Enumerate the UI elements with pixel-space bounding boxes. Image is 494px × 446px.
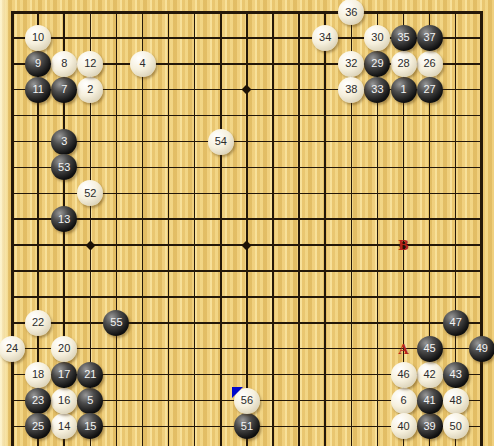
stone-white-18[interactable]: 18 bbox=[25, 362, 51, 388]
stone-black-29[interactable]: 29 bbox=[364, 51, 390, 77]
grid-line-horizontal bbox=[11, 115, 484, 117]
stone-number: 26 bbox=[423, 58, 435, 69]
stone-number: 55 bbox=[110, 317, 122, 328]
grid-line-horizontal bbox=[11, 218, 484, 220]
stone-number: 39 bbox=[423, 421, 435, 432]
stone-black-7[interactable]: 7 bbox=[51, 77, 77, 103]
grid-line-horizontal bbox=[11, 348, 484, 350]
star-point bbox=[85, 240, 95, 250]
stone-number: 37 bbox=[423, 32, 435, 43]
stone-black-53[interactable]: 53 bbox=[51, 154, 77, 180]
stone-number: 6 bbox=[400, 395, 406, 406]
stone-white-42[interactable]: 42 bbox=[417, 362, 443, 388]
stone-black-39[interactable]: 39 bbox=[417, 413, 443, 439]
stone-black-45[interactable]: 45 bbox=[417, 336, 443, 362]
stone-black-15[interactable]: 15 bbox=[77, 413, 103, 439]
stone-black-1[interactable]: 1 bbox=[391, 77, 417, 103]
stone-number: 10 bbox=[32, 32, 44, 43]
go-board[interactable]: AB12345678910111213141516171820212223242… bbox=[0, 0, 494, 446]
stone-number: 47 bbox=[450, 317, 462, 328]
grid-line-horizontal bbox=[11, 167, 484, 169]
stone-black-47[interactable]: 47 bbox=[443, 310, 469, 336]
stone-black-17[interactable]: 17 bbox=[51, 362, 77, 388]
stone-black-11[interactable]: 11 bbox=[25, 77, 51, 103]
stone-white-48[interactable]: 48 bbox=[443, 388, 469, 414]
stone-number: 36 bbox=[345, 7, 357, 18]
stone-number: 46 bbox=[397, 369, 409, 380]
grid-line-vertical bbox=[480, 11, 483, 446]
stone-black-13[interactable]: 13 bbox=[51, 206, 77, 232]
stone-white-30[interactable]: 30 bbox=[364, 25, 390, 51]
stone-black-41[interactable]: 41 bbox=[417, 388, 443, 414]
grid-line-vertical bbox=[116, 11, 118, 446]
stone-number: 16 bbox=[58, 395, 70, 406]
star-point bbox=[242, 85, 252, 95]
stone-number: 15 bbox=[84, 421, 96, 432]
grid-line-vertical bbox=[246, 11, 248, 446]
star-point bbox=[242, 240, 252, 250]
stone-number: 45 bbox=[423, 343, 435, 354]
stone-white-24[interactable]: 24 bbox=[0, 336, 25, 362]
stone-number: 27 bbox=[423, 84, 435, 95]
stone-number: 42 bbox=[423, 369, 435, 380]
stone-number: 41 bbox=[423, 395, 435, 406]
stone-number: 35 bbox=[397, 32, 409, 43]
stone-number: 54 bbox=[215, 136, 227, 147]
stone-black-55[interactable]: 55 bbox=[103, 310, 129, 336]
stone-number: 49 bbox=[476, 343, 488, 354]
stone-number: 23 bbox=[32, 395, 44, 406]
stone-white-10[interactable]: 10 bbox=[25, 25, 51, 51]
stone-black-25[interactable]: 25 bbox=[25, 413, 51, 439]
stone-white-20[interactable]: 20 bbox=[51, 336, 77, 362]
stone-white-26[interactable]: 26 bbox=[417, 51, 443, 77]
stone-number: 30 bbox=[371, 32, 383, 43]
stone-black-3[interactable]: 3 bbox=[51, 129, 77, 155]
stone-number: 40 bbox=[397, 421, 409, 432]
stone-number: 51 bbox=[241, 421, 253, 432]
stone-white-28[interactable]: 28 bbox=[391, 51, 417, 77]
grid-line-vertical bbox=[324, 11, 326, 446]
stone-number: 4 bbox=[139, 58, 145, 69]
stone-white-38[interactable]: 38 bbox=[338, 77, 364, 103]
grid-line-horizontal bbox=[11, 296, 484, 298]
stone-number: 12 bbox=[84, 58, 96, 69]
stone-black-27[interactable]: 27 bbox=[417, 77, 443, 103]
stone-white-2[interactable]: 2 bbox=[77, 77, 103, 103]
stone-number: 32 bbox=[345, 58, 357, 69]
stone-black-9[interactable]: 9 bbox=[25, 51, 51, 77]
stone-black-43[interactable]: 43 bbox=[443, 362, 469, 388]
stone-white-34[interactable]: 34 bbox=[312, 25, 338, 51]
stone-number: 22 bbox=[32, 317, 44, 328]
stone-white-14[interactable]: 14 bbox=[51, 413, 77, 439]
stone-number: 17 bbox=[58, 369, 70, 380]
stone-number: 8 bbox=[61, 58, 67, 69]
go-board-viewer: AB12345678910111213141516171820212223242… bbox=[0, 0, 494, 446]
grid-line-vertical bbox=[272, 11, 274, 446]
grid-line-horizontal bbox=[11, 270, 484, 272]
stone-number: 33 bbox=[371, 84, 383, 95]
stone-white-22[interactable]: 22 bbox=[25, 310, 51, 336]
stone-white-6[interactable]: 6 bbox=[391, 388, 417, 414]
stone-number: 25 bbox=[32, 421, 44, 432]
stone-black-37[interactable]: 37 bbox=[417, 25, 443, 51]
stone-number: 24 bbox=[6, 343, 18, 354]
stone-black-51[interactable]: 51 bbox=[234, 413, 260, 439]
grid-line-vertical bbox=[220, 11, 222, 446]
stone-black-5[interactable]: 5 bbox=[77, 388, 103, 414]
grid-line-horizontal bbox=[11, 141, 484, 143]
stone-number: 28 bbox=[397, 58, 409, 69]
stone-number: 34 bbox=[319, 32, 331, 43]
stone-white-52[interactable]: 52 bbox=[77, 180, 103, 206]
stone-white-40[interactable]: 40 bbox=[391, 413, 417, 439]
stone-number: 29 bbox=[371, 58, 383, 69]
stone-number: 5 bbox=[87, 395, 93, 406]
stone-number: 13 bbox=[58, 214, 70, 225]
stone-white-16[interactable]: 16 bbox=[51, 388, 77, 414]
stone-black-49[interactable]: 49 bbox=[469, 336, 494, 362]
stone-number: 2 bbox=[87, 84, 93, 95]
stone-black-35[interactable]: 35 bbox=[391, 25, 417, 51]
stone-number: 50 bbox=[450, 421, 462, 432]
grid-line-vertical bbox=[11, 11, 14, 446]
stone-number: 48 bbox=[450, 395, 462, 406]
stone-number: 1 bbox=[400, 84, 406, 95]
stone-black-23[interactable]: 23 bbox=[25, 388, 51, 414]
stone-white-4[interactable]: 4 bbox=[130, 51, 156, 77]
grid-line-vertical bbox=[168, 11, 170, 446]
stone-black-21[interactable]: 21 bbox=[77, 362, 103, 388]
stone-number: 21 bbox=[84, 369, 96, 380]
stone-white-36[interactable]: 36 bbox=[338, 0, 364, 25]
stone-number: 52 bbox=[84, 188, 96, 199]
stone-number: 9 bbox=[35, 58, 41, 69]
stone-white-32[interactable]: 32 bbox=[338, 51, 364, 77]
last-move-marker bbox=[232, 387, 243, 398]
grid-line-horizontal bbox=[11, 11, 484, 14]
stone-number: 38 bbox=[345, 84, 357, 95]
stone-number: 14 bbox=[58, 421, 70, 432]
stone-number: 11 bbox=[32, 84, 43, 95]
annotation-label-A: A bbox=[398, 342, 408, 355]
stone-white-12[interactable]: 12 bbox=[77, 51, 103, 77]
stone-number: 7 bbox=[61, 84, 67, 95]
stone-black-33[interactable]: 33 bbox=[364, 77, 390, 103]
grid-line-vertical bbox=[194, 11, 196, 446]
stone-white-8[interactable]: 8 bbox=[51, 51, 77, 77]
stone-number: 53 bbox=[58, 162, 70, 173]
grid-line-horizontal bbox=[11, 322, 484, 324]
stone-white-50[interactable]: 50 bbox=[443, 413, 469, 439]
grid-line-vertical bbox=[298, 11, 300, 446]
stone-number: 3 bbox=[61, 136, 67, 147]
stone-number: 20 bbox=[58, 343, 70, 354]
stone-white-54[interactable]: 54 bbox=[208, 129, 234, 155]
annotation-label-B: B bbox=[398, 239, 409, 252]
stone-number: 18 bbox=[32, 369, 44, 380]
stone-white-46[interactable]: 46 bbox=[391, 362, 417, 388]
stone-number: 43 bbox=[450, 369, 462, 380]
